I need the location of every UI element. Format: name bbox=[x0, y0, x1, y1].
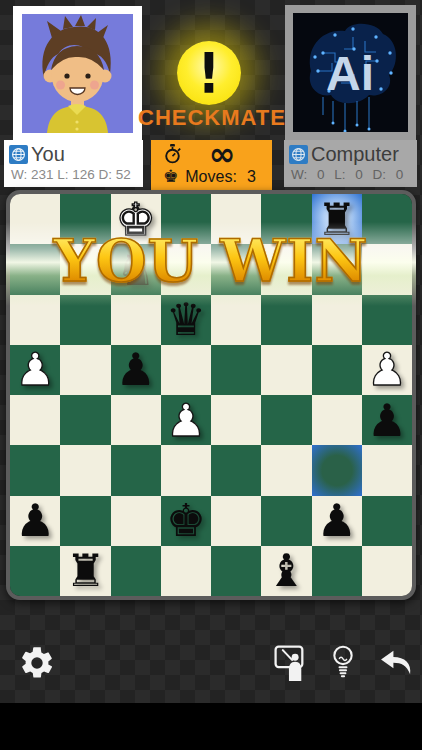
square-c7[interactable]: ♞ bbox=[111, 244, 161, 294]
moves-count: 3 bbox=[247, 168, 256, 186]
player-computer-name: Computer bbox=[311, 143, 399, 166]
stopwatch-icon bbox=[163, 143, 182, 164]
square-g7[interactable] bbox=[312, 244, 362, 294]
square-b4[interactable] bbox=[60, 395, 110, 445]
square-d4[interactable]: ♟ bbox=[161, 395, 211, 445]
svg-text:Ai: Ai bbox=[326, 47, 374, 100]
square-a7[interactable] bbox=[10, 244, 60, 294]
white-pawn[interactable]: ♟ bbox=[166, 398, 206, 443]
square-b5[interactable] bbox=[60, 345, 110, 395]
square-c5[interactable]: ♟ bbox=[111, 345, 161, 395]
hint-button[interactable] bbox=[330, 644, 356, 681]
square-g3[interactable] bbox=[312, 445, 362, 495]
square-d5[interactable] bbox=[161, 345, 211, 395]
infinite-time-icon: ∞ bbox=[182, 144, 262, 164]
square-f5[interactable] bbox=[261, 345, 311, 395]
undo-arrow-icon bbox=[379, 649, 414, 678]
square-d2[interactable]: ♚ bbox=[161, 496, 211, 546]
bottom-bar bbox=[0, 703, 422, 750]
gear-icon bbox=[18, 644, 56, 682]
square-b7[interactable] bbox=[60, 244, 110, 294]
square-g8[interactable]: ♜ bbox=[312, 194, 362, 244]
black-queen[interactable]: ♛ bbox=[166, 297, 206, 342]
square-a3[interactable] bbox=[10, 445, 60, 495]
player-you-record: W: 231 L: 126 D: 52 bbox=[9, 167, 138, 182]
square-g2[interactable]: ♟ bbox=[312, 496, 362, 546]
square-c2[interactable] bbox=[111, 496, 161, 546]
lightbulb-icon bbox=[330, 644, 356, 681]
game-hud-box: ∞ ♚ Moves: 3 bbox=[151, 140, 272, 190]
square-f4[interactable] bbox=[261, 395, 311, 445]
undo-button[interactable] bbox=[379, 649, 414, 678]
app-screen: ! CHECKMATE Ai bbox=[0, 0, 422, 750]
square-d8[interactable] bbox=[161, 194, 211, 244]
square-h8[interactable] bbox=[362, 194, 412, 244]
chess-board: ♚♜♞♛♟♟♟♟♟♟♚♟♜♝ bbox=[6, 190, 416, 600]
square-d6[interactable]: ♛ bbox=[161, 295, 211, 345]
square-h1[interactable] bbox=[362, 546, 412, 596]
square-h7[interactable] bbox=[362, 244, 412, 294]
square-d1[interactable] bbox=[161, 546, 211, 596]
settings-button[interactable] bbox=[18, 644, 56, 682]
square-g4[interactable] bbox=[312, 395, 362, 445]
square-h3[interactable] bbox=[362, 445, 412, 495]
ai-brain-avatar: Ai bbox=[293, 13, 408, 132]
black-king[interactable]: ♚ bbox=[166, 498, 206, 543]
square-a4[interactable] bbox=[10, 395, 60, 445]
square-e6[interactable] bbox=[211, 295, 261, 345]
exclamation-icon: ! bbox=[198, 41, 221, 105]
tutor-button[interactable] bbox=[274, 645, 307, 682]
square-f6[interactable] bbox=[261, 295, 311, 345]
square-b3[interactable] bbox=[60, 445, 110, 495]
square-g5[interactable] bbox=[312, 345, 362, 395]
black-pawn[interactable]: ♟ bbox=[367, 398, 407, 443]
square-a2[interactable]: ♟ bbox=[10, 496, 60, 546]
square-f3[interactable] bbox=[261, 445, 311, 495]
square-f7[interactable] bbox=[261, 244, 311, 294]
black-pawn[interactable]: ♟ bbox=[15, 498, 55, 543]
black-bishop[interactable]: ♝ bbox=[266, 548, 306, 593]
player-computer-record: W: 0 L: 0 D: 0 bbox=[289, 167, 412, 182]
square-a6[interactable] bbox=[10, 295, 60, 345]
square-c1[interactable] bbox=[111, 546, 161, 596]
square-b8[interactable] bbox=[60, 194, 110, 244]
square-d3[interactable] bbox=[161, 445, 211, 495]
globe-icon bbox=[9, 145, 28, 164]
square-g6[interactable] bbox=[312, 295, 362, 345]
black-pawn[interactable]: ♟ bbox=[115, 347, 155, 392]
black-pawn[interactable]: ♟ bbox=[316, 498, 356, 543]
square-b6[interactable] bbox=[60, 295, 110, 345]
white-king[interactable]: ♚ bbox=[115, 197, 155, 242]
player-computer-avatar-card: Ai bbox=[285, 5, 416, 140]
square-e5[interactable] bbox=[211, 345, 261, 395]
square-e3[interactable] bbox=[211, 445, 261, 495]
player-computer-info: Computer W: 0 L: 0 D: 0 bbox=[284, 140, 417, 187]
square-g1[interactable] bbox=[312, 546, 362, 596]
square-c3[interactable] bbox=[111, 445, 161, 495]
square-f2[interactable] bbox=[261, 496, 311, 546]
square-c8[interactable]: ♚ bbox=[111, 194, 161, 244]
square-c6[interactable] bbox=[111, 295, 161, 345]
player-you-info: You W: 231 L: 126 D: 52 bbox=[4, 140, 143, 187]
square-e1[interactable] bbox=[211, 546, 261, 596]
square-f8[interactable] bbox=[261, 194, 311, 244]
square-h5[interactable]: ♟ bbox=[362, 345, 412, 395]
square-e4[interactable] bbox=[211, 395, 261, 445]
square-b2[interactable] bbox=[60, 496, 110, 546]
square-e8[interactable] bbox=[211, 194, 261, 244]
black-knight[interactable]: ♞ bbox=[115, 247, 155, 292]
moves-label: Moves: bbox=[185, 168, 237, 186]
black-rook[interactable]: ♜ bbox=[65, 548, 105, 593]
player-you-name: You bbox=[31, 143, 65, 166]
board-grid: ♚♜♞♛♟♟♟♟♟♟♚♟♜♝ bbox=[10, 194, 412, 596]
presenter-icon bbox=[274, 645, 307, 682]
square-e7[interactable] bbox=[211, 244, 261, 294]
square-c4[interactable] bbox=[111, 395, 161, 445]
black-rook[interactable]: ♜ bbox=[316, 197, 356, 242]
square-f1[interactable]: ♝ bbox=[261, 546, 311, 596]
square-a8[interactable] bbox=[10, 194, 60, 244]
square-h4[interactable]: ♟ bbox=[362, 395, 412, 445]
square-a1[interactable] bbox=[10, 546, 60, 596]
square-e2[interactable] bbox=[211, 496, 261, 546]
king-icon: ♚ bbox=[163, 168, 178, 185]
white-pawn[interactable]: ♟ bbox=[367, 347, 407, 392]
square-h6[interactable] bbox=[362, 295, 412, 345]
globe-icon bbox=[289, 145, 308, 164]
square-b1[interactable]: ♜ bbox=[60, 546, 110, 596]
square-a5[interactable]: ♟ bbox=[10, 345, 60, 395]
checkmate-alert-icon: ! bbox=[177, 41, 241, 105]
white-pawn[interactable]: ♟ bbox=[15, 347, 55, 392]
square-d7[interactable] bbox=[161, 244, 211, 294]
square-h2[interactable] bbox=[362, 496, 412, 546]
